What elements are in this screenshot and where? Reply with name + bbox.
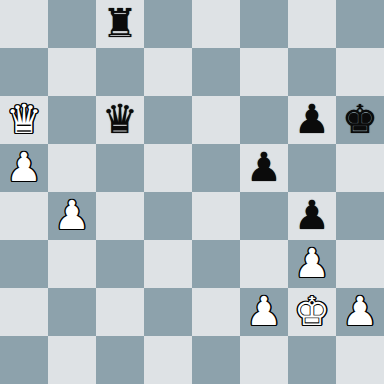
piece-white-pawn[interactable]: ♟ <box>294 243 330 283</box>
square-d2[interactable] <box>144 288 192 336</box>
square-c4[interactable] <box>96 192 144 240</box>
square-c2[interactable] <box>96 288 144 336</box>
square-g3[interactable]: ♟ <box>288 240 336 288</box>
square-c7[interactable] <box>96 48 144 96</box>
square-b2[interactable] <box>48 288 96 336</box>
square-h3[interactable] <box>336 240 384 288</box>
piece-white-pawn[interactable]: ♟ <box>342 291 378 331</box>
piece-white-pawn[interactable]: ♟ <box>246 291 282 331</box>
piece-black-pawn[interactable]: ♟ <box>294 99 330 139</box>
square-b8[interactable] <box>48 0 96 48</box>
square-b7[interactable] <box>48 48 96 96</box>
square-f5[interactable]: ♟ <box>240 144 288 192</box>
square-b5[interactable] <box>48 144 96 192</box>
square-a6[interactable]: ♛ <box>0 96 48 144</box>
square-a5[interactable]: ♟ <box>0 144 48 192</box>
square-e8[interactable] <box>192 0 240 48</box>
square-g2[interactable]: ♚ <box>288 288 336 336</box>
piece-white-pawn[interactable]: ♟ <box>6 147 42 187</box>
square-f3[interactable] <box>240 240 288 288</box>
square-f6[interactable] <box>240 96 288 144</box>
chess-board: ♜♛♛♟♚♟♟♟♟♟♟♚♟ <box>0 0 384 384</box>
square-g5[interactable] <box>288 144 336 192</box>
square-d8[interactable] <box>144 0 192 48</box>
piece-black-pawn[interactable]: ♟ <box>246 147 282 187</box>
square-a8[interactable] <box>0 0 48 48</box>
square-g4[interactable]: ♟ <box>288 192 336 240</box>
square-c5[interactable] <box>96 144 144 192</box>
square-d7[interactable] <box>144 48 192 96</box>
square-g1[interactable] <box>288 336 336 384</box>
square-a3[interactable] <box>0 240 48 288</box>
square-a2[interactable] <box>0 288 48 336</box>
square-a7[interactable] <box>0 48 48 96</box>
square-g8[interactable] <box>288 0 336 48</box>
square-c8[interactable]: ♜ <box>96 0 144 48</box>
square-h5[interactable] <box>336 144 384 192</box>
square-f4[interactable] <box>240 192 288 240</box>
square-h4[interactable] <box>336 192 384 240</box>
piece-white-queen[interactable]: ♛ <box>6 99 42 139</box>
square-b3[interactable] <box>48 240 96 288</box>
piece-black-queen[interactable]: ♛ <box>102 99 138 139</box>
square-h1[interactable] <box>336 336 384 384</box>
square-e6[interactable] <box>192 96 240 144</box>
square-h6[interactable]: ♚ <box>336 96 384 144</box>
square-d6[interactable] <box>144 96 192 144</box>
square-h7[interactable] <box>336 48 384 96</box>
square-b4[interactable]: ♟ <box>48 192 96 240</box>
piece-white-pawn[interactable]: ♟ <box>54 195 90 235</box>
square-h2[interactable]: ♟ <box>336 288 384 336</box>
square-e5[interactable] <box>192 144 240 192</box>
square-g6[interactable]: ♟ <box>288 96 336 144</box>
piece-black-king[interactable]: ♚ <box>342 99 378 139</box>
piece-black-pawn[interactable]: ♟ <box>294 195 330 235</box>
square-e7[interactable] <box>192 48 240 96</box>
square-d5[interactable] <box>144 144 192 192</box>
piece-white-king[interactable]: ♚ <box>294 291 330 331</box>
square-e3[interactable] <box>192 240 240 288</box>
square-f7[interactable] <box>240 48 288 96</box>
square-d1[interactable] <box>144 336 192 384</box>
square-e1[interactable] <box>192 336 240 384</box>
square-b1[interactable] <box>48 336 96 384</box>
square-a1[interactable] <box>0 336 48 384</box>
square-c3[interactable] <box>96 240 144 288</box>
piece-black-rook[interactable]: ♜ <box>102 3 138 43</box>
square-e2[interactable] <box>192 288 240 336</box>
square-f1[interactable] <box>240 336 288 384</box>
square-e4[interactable] <box>192 192 240 240</box>
square-d3[interactable] <box>144 240 192 288</box>
square-f2[interactable]: ♟ <box>240 288 288 336</box>
square-c1[interactable] <box>96 336 144 384</box>
square-c6[interactable]: ♛ <box>96 96 144 144</box>
square-d4[interactable] <box>144 192 192 240</box>
square-h8[interactable] <box>336 0 384 48</box>
square-g7[interactable] <box>288 48 336 96</box>
square-a4[interactable] <box>0 192 48 240</box>
square-b6[interactable] <box>48 96 96 144</box>
square-f8[interactable] <box>240 0 288 48</box>
